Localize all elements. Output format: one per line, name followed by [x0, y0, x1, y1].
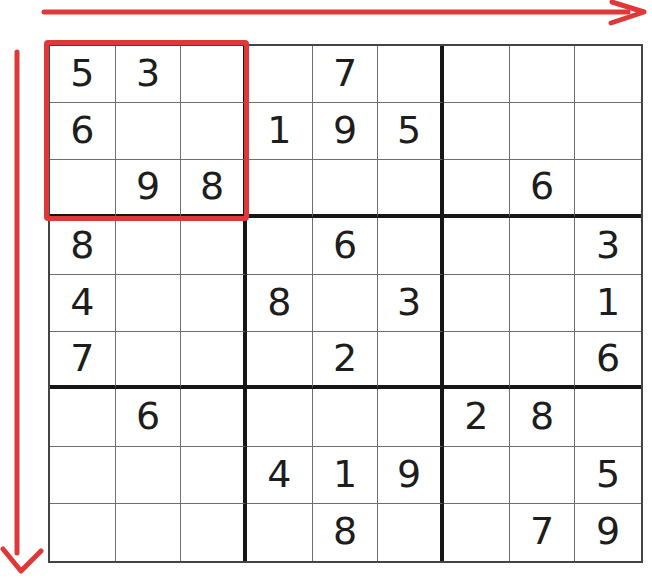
cell-r9c2[interactable]	[116, 504, 182, 561]
cell-r5c1[interactable]: 4	[50, 275, 116, 332]
given-digit: 3	[397, 283, 421, 321]
cell-r3c4[interactable]	[247, 160, 313, 217]
cell-r2c6[interactable]: 5	[378, 103, 444, 160]
cell-r8c6[interactable]: 9	[378, 447, 444, 504]
cell-r9c3[interactable]	[181, 504, 247, 561]
given-digit: 9	[596, 512, 620, 550]
cell-r4c6[interactable]	[378, 218, 444, 275]
cell-r4c2[interactable]	[116, 218, 182, 275]
given-digit: 2	[464, 397, 488, 435]
cell-r9c5[interactable]: 8	[313, 504, 379, 561]
cell-r1c4[interactable]	[247, 46, 313, 103]
cell-r2c8[interactable]	[510, 103, 576, 160]
given-digit: 7	[530, 512, 554, 550]
given-digit: 7	[333, 54, 357, 92]
cell-r7c4[interactable]	[247, 389, 313, 446]
cell-r1c8[interactable]	[510, 46, 576, 103]
cell-r6c8[interactable]	[510, 332, 576, 389]
cell-r2c9[interactable]	[575, 103, 641, 160]
given-digit: 6	[530, 167, 554, 205]
cell-r7c6[interactable]	[378, 389, 444, 446]
cell-r8c1[interactable]	[50, 447, 116, 504]
given-digit: 6	[596, 339, 620, 377]
cell-r4c3[interactable]	[181, 218, 247, 275]
cell-r3c5[interactable]	[313, 160, 379, 217]
cell-r9c6[interactable]	[378, 504, 444, 561]
cell-r6c5[interactable]: 2	[313, 332, 379, 389]
cell-r6c6[interactable]	[378, 332, 444, 389]
cell-r6c7[interactable]	[444, 332, 510, 389]
cell-r8c3[interactable]	[181, 447, 247, 504]
cell-r8c8[interactable]	[510, 447, 576, 504]
given-digit: 8	[70, 226, 94, 264]
given-digit: 9	[397, 455, 421, 493]
given-digit: 4	[70, 283, 94, 321]
cell-r8c9[interactable]: 5	[575, 447, 641, 504]
cell-r7c5[interactable]	[313, 389, 379, 446]
cell-r8c5[interactable]: 1	[313, 447, 379, 504]
cell-r5c3[interactable]	[181, 275, 247, 332]
given-digit: 9	[333, 111, 357, 149]
cell-r9c1[interactable]	[50, 504, 116, 561]
top-left-box-highlight-rect	[44, 40, 249, 221]
given-digit: 8	[333, 512, 357, 550]
given-digit: 8	[530, 397, 554, 435]
cell-r4c8[interactable]	[510, 218, 576, 275]
cell-r2c4[interactable]: 1	[247, 103, 313, 160]
cell-r5c7[interactable]	[444, 275, 510, 332]
given-digit: 6	[136, 397, 160, 435]
cell-r3c9[interactable]	[575, 160, 641, 217]
given-digit: 6	[333, 226, 357, 264]
cell-r1c5[interactable]: 7	[313, 46, 379, 103]
cell-r9c4[interactable]	[247, 504, 313, 561]
cell-r4c9[interactable]: 3	[575, 218, 641, 275]
given-digit: 2	[333, 339, 357, 377]
cell-r4c7[interactable]	[444, 218, 510, 275]
given-digit: 8	[267, 283, 291, 321]
cell-r9c9[interactable]: 9	[575, 504, 641, 561]
cell-r6c9[interactable]: 6	[575, 332, 641, 389]
cell-r2c7[interactable]	[444, 103, 510, 160]
cell-r3c8[interactable]: 6	[510, 160, 576, 217]
given-digit: 1	[596, 283, 620, 321]
cell-r5c6[interactable]: 3	[378, 275, 444, 332]
cell-r7c8[interactable]: 8	[510, 389, 576, 446]
cell-r6c1[interactable]: 7	[50, 332, 116, 389]
given-digit: 1	[333, 455, 357, 493]
given-digit: 1	[267, 111, 291, 149]
cell-r5c2[interactable]	[116, 275, 182, 332]
given-digit: 7	[70, 339, 94, 377]
cell-r8c4[interactable]: 4	[247, 447, 313, 504]
cell-r9c8[interactable]: 7	[510, 504, 576, 561]
given-digit: 5	[397, 111, 421, 149]
cell-r7c2[interactable]: 6	[116, 389, 182, 446]
sudoku-diagram: 537619598686348317266284195879	[0, 0, 652, 583]
cell-r4c1[interactable]: 8	[50, 218, 116, 275]
cell-r5c4[interactable]: 8	[247, 275, 313, 332]
cell-r5c5[interactable]	[313, 275, 379, 332]
cell-r6c4[interactable]	[247, 332, 313, 389]
cell-r6c3[interactable]	[181, 332, 247, 389]
cell-r7c7[interactable]: 2	[444, 389, 510, 446]
cell-r1c7[interactable]	[444, 46, 510, 103]
cell-r1c6[interactable]	[378, 46, 444, 103]
cell-r7c9[interactable]	[575, 389, 641, 446]
cell-r4c5[interactable]: 6	[313, 218, 379, 275]
cell-r3c7[interactable]	[444, 160, 510, 217]
given-digit: 4	[267, 455, 291, 493]
cell-r3c6[interactable]	[378, 160, 444, 217]
cell-r7c3[interactable]	[181, 389, 247, 446]
cell-r8c7[interactable]	[444, 447, 510, 504]
given-digit: 5	[596, 455, 620, 493]
cell-r5c8[interactable]	[510, 275, 576, 332]
cell-r6c2[interactable]	[116, 332, 182, 389]
cell-r9c7[interactable]	[444, 504, 510, 561]
row-direction-arrow-icon	[44, 2, 644, 23]
cell-r4c4[interactable]	[247, 218, 313, 275]
cell-r8c2[interactable]	[116, 447, 182, 504]
cell-r7c1[interactable]	[50, 389, 116, 446]
column-direction-arrow-icon	[3, 52, 41, 571]
cell-r2c5[interactable]: 9	[313, 103, 379, 160]
given-digit: 3	[596, 226, 620, 264]
cell-r5c9[interactable]: 1	[575, 275, 641, 332]
cell-r1c9[interactable]	[575, 46, 641, 103]
